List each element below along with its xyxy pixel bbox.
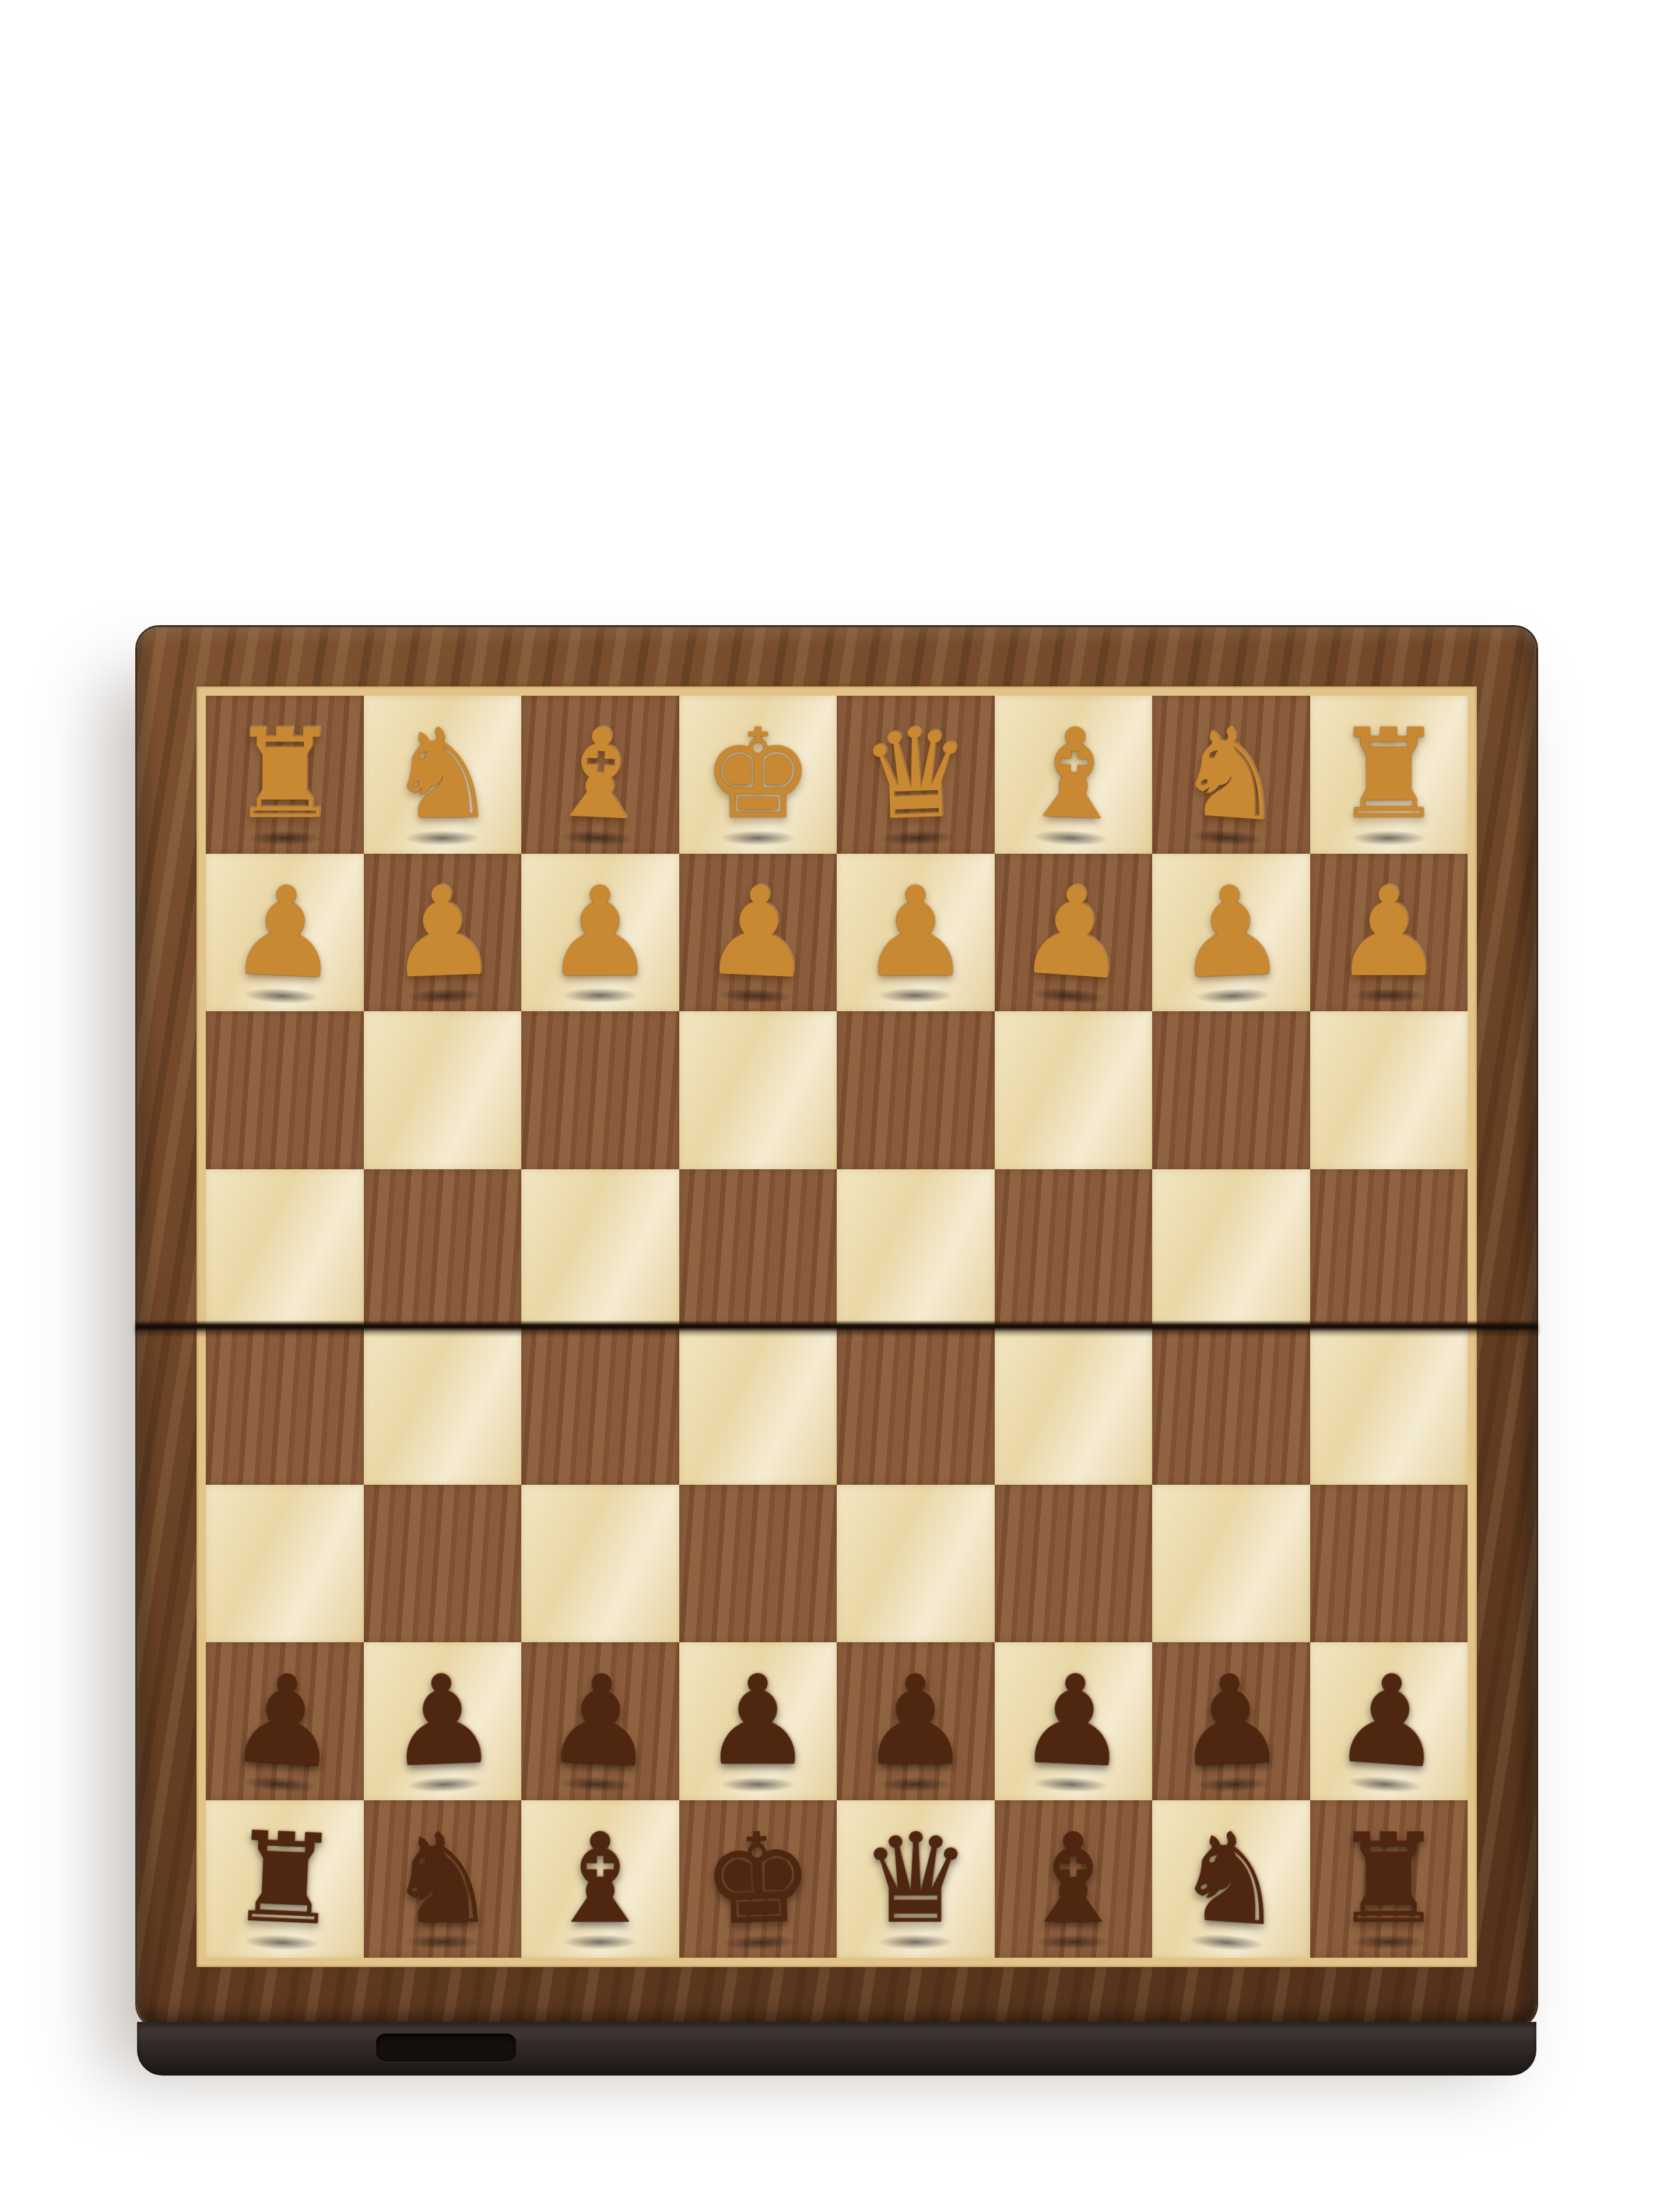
- square-a8[interactable]: ♜: [1310, 1800, 1468, 1958]
- piece-white-pawn: ♟: [202, 850, 367, 1015]
- square-e8[interactable]: ♚: [679, 1800, 837, 1958]
- square-g1[interactable]: ♞: [364, 696, 522, 854]
- square-f5[interactable]: [521, 1327, 679, 1485]
- square-c5[interactable]: [995, 1327, 1153, 1485]
- square-a5[interactable]: [1310, 1327, 1468, 1485]
- square-f8[interactable]: ♝: [521, 1800, 679, 1958]
- chess-set: ♜♞♝♚♛♝♞♜♟♟♟♟♟♟♟♟♟♟♟♟♟♟♟♟♜♞♝♚♛♝♞♜: [137, 627, 1536, 2076]
- square-d7[interactable]: ♟: [837, 1642, 995, 1800]
- piece-black-knight: ♞: [1147, 1794, 1315, 1963]
- square-a2[interactable]: ♟: [1310, 854, 1468, 1012]
- square-c4[interactable]: [995, 1169, 1153, 1327]
- piece-black-king: ♚: [676, 1797, 840, 1961]
- piece-black-pawn: ♟: [837, 1642, 995, 1800]
- piece-black-pawn: ♟: [679, 1642, 837, 1800]
- piece-white-rook: ♜: [206, 696, 364, 854]
- piece-white-pawn: ♟: [361, 851, 524, 1014]
- piece-white-bishop: ♝: [518, 692, 682, 857]
- square-g8[interactable]: ♞: [364, 1800, 522, 1958]
- square-a1[interactable]: ♜: [1310, 696, 1468, 854]
- square-a3[interactable]: [1310, 1011, 1468, 1169]
- square-h2[interactable]: ♟: [206, 854, 364, 1012]
- square-g6[interactable]: [364, 1485, 522, 1643]
- square-f7[interactable]: ♟: [521, 1642, 679, 1800]
- square-h3[interactable]: [206, 1011, 364, 1169]
- square-b2[interactable]: ♟: [1152, 854, 1310, 1012]
- piece-black-pawn: ♟: [1149, 1639, 1312, 1803]
- square-b4[interactable]: [1152, 1169, 1310, 1327]
- piece-black-pawn: ♟: [361, 1639, 524, 1803]
- piece-white-knight: ♞: [364, 696, 522, 854]
- square-g4[interactable]: [364, 1169, 522, 1327]
- square-d5[interactable]: [837, 1327, 995, 1485]
- square-c7[interactable]: ♟: [995, 1642, 1153, 1800]
- piece-white-queen: ♛: [834, 693, 997, 856]
- hinge-seam: [135, 1321, 1538, 1333]
- piece-black-pawn: ♟: [518, 1639, 682, 1803]
- square-e7[interactable]: ♟: [679, 1642, 837, 1800]
- square-d8[interactable]: ♛: [837, 1800, 995, 1958]
- piece-black-knight: ♞: [364, 1800, 522, 1958]
- square-h7[interactable]: ♟: [206, 1642, 364, 1800]
- piece-white-bishop: ♝: [991, 692, 1156, 857]
- square-e6[interactable]: [679, 1485, 837, 1643]
- piece-white-knight: ♞: [1147, 690, 1315, 859]
- square-g3[interactable]: [364, 1011, 522, 1169]
- square-b5[interactable]: [1152, 1327, 1310, 1485]
- square-h1[interactable]: ♜: [206, 696, 364, 854]
- piece-black-pawn: ♟: [991, 1639, 1156, 1803]
- square-h5[interactable]: [206, 1327, 364, 1485]
- square-b1[interactable]: ♞: [1152, 696, 1310, 854]
- piece-white-pawn: ♟: [1149, 851, 1312, 1014]
- thumb-notch: [376, 2034, 516, 2062]
- square-a7[interactable]: ♟: [1310, 1642, 1468, 1800]
- piece-black-pawn: ♟: [1304, 1637, 1473, 1806]
- piece-black-bishop: ♝: [521, 1800, 679, 1958]
- square-f1[interactable]: ♝: [521, 696, 679, 854]
- piece-black-rook: ♜: [202, 1797, 367, 1961]
- piece-black-rook: ♜: [1310, 1800, 1468, 1958]
- square-c8[interactable]: ♝: [995, 1800, 1153, 1958]
- square-h8[interactable]: ♜: [206, 1800, 364, 1958]
- square-e2[interactable]: ♟: [679, 854, 837, 1012]
- piece-white-pawn: ♟: [1310, 854, 1468, 1012]
- square-d1[interactable]: ♛: [837, 696, 995, 854]
- square-f4[interactable]: [521, 1169, 679, 1327]
- square-d6[interactable]: [837, 1485, 995, 1643]
- square-e1[interactable]: ♚: [679, 696, 837, 854]
- square-a4[interactable]: [1310, 1169, 1468, 1327]
- square-b6[interactable]: [1152, 1485, 1310, 1643]
- piece-white-king: ♚: [679, 696, 837, 854]
- square-e3[interactable]: [679, 1011, 837, 1169]
- square-c6[interactable]: [995, 1485, 1153, 1643]
- square-c1[interactable]: ♝: [995, 696, 1153, 854]
- piece-white-pawn: ♟: [989, 848, 1157, 1016]
- piece-black-queen: ♛: [837, 1800, 995, 1958]
- square-h6[interactable]: [206, 1485, 364, 1643]
- square-f2[interactable]: ♟: [521, 854, 679, 1012]
- square-b8[interactable]: ♞: [1152, 1800, 1310, 1958]
- square-h4[interactable]: [206, 1169, 364, 1327]
- square-g2[interactable]: ♟: [364, 854, 522, 1012]
- square-g7[interactable]: ♟: [364, 1642, 522, 1800]
- square-a6[interactable]: [1310, 1485, 1468, 1643]
- square-f6[interactable]: [521, 1485, 679, 1643]
- piece-black-bishop: ♝: [995, 1800, 1153, 1958]
- board-side-face: [137, 2022, 1536, 2076]
- piece-white-pawn: ♟: [521, 854, 679, 1012]
- square-c3[interactable]: [995, 1011, 1153, 1169]
- piece-white-pawn: ♟: [837, 854, 995, 1012]
- square-g5[interactable]: [364, 1327, 522, 1485]
- square-b7[interactable]: ♟: [1152, 1642, 1310, 1800]
- square-e4[interactable]: [679, 1169, 837, 1327]
- square-d2[interactable]: ♟: [837, 854, 995, 1012]
- page: { "game": "chess", "position": "rnbqkbnr…: [0, 0, 1660, 2212]
- square-b3[interactable]: [1152, 1011, 1310, 1169]
- square-d4[interactable]: [837, 1169, 995, 1327]
- square-f3[interactable]: [521, 1011, 679, 1169]
- square-c2[interactable]: ♟: [995, 854, 1153, 1012]
- square-d3[interactable]: [837, 1011, 995, 1169]
- piece-white-rook: ♜: [1310, 696, 1468, 854]
- square-e5[interactable]: [679, 1327, 837, 1485]
- chessboard: ♜♞♝♚♛♝♞♜♟♟♟♟♟♟♟♟♟♟♟♟♟♟♟♟♜♞♝♚♛♝♞♜: [137, 627, 1536, 2027]
- piece-black-pawn: ♟: [201, 1637, 369, 1806]
- piece-white-pawn: ♟: [676, 850, 840, 1015]
